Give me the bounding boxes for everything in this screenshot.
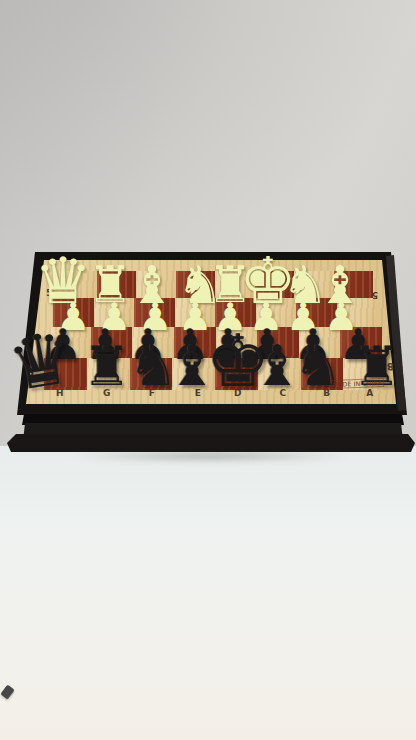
piece-black-R-g8: ♜: [83, 340, 131, 394]
rank-label-5-right: 5: [372, 290, 378, 300]
piece-black-Q-h8: ♛: [3, 320, 78, 401]
made-in-china-stamp: MADE IN CHINA: [331, 378, 385, 389]
table-surface: [0, 446, 416, 740]
photo-scene: HGFEDCBA5858 ♛♜♝♞♜♚♞♝♟♟♟♟♟♟♟♟♟♟♟♟♟♟♟♟♛♜♞…: [0, 0, 416, 740]
